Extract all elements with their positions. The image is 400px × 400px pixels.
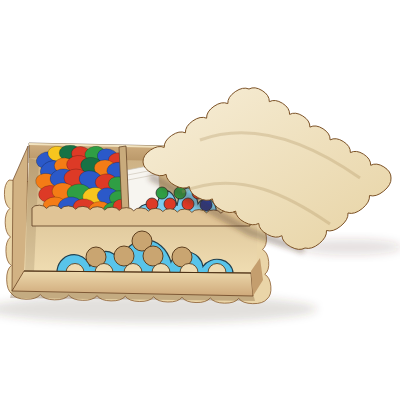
scene-svg — [0, 0, 400, 400]
cloud-board-hole — [114, 246, 134, 266]
card-pattern-dot-R — [164, 198, 176, 210]
product-photo-wooden-cloud-sorting-game — [0, 0, 400, 400]
cloud-board-hole — [143, 246, 163, 266]
